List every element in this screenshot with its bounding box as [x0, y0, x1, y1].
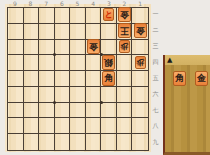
board-cell-4二[interactable] — [86, 24, 102, 40]
board-cell-2七[interactable] — [117, 103, 133, 119]
board-cell-3六[interactable] — [101, 87, 117, 103]
file-label-4: 4 — [85, 0, 101, 7]
board-cell-1三[interactable] — [132, 40, 148, 56]
sente-komadai: ▲ 角金 — [163, 55, 210, 155]
star-point — [53, 101, 56, 104]
board-cell-9九[interactable] — [8, 134, 24, 150]
board-cell-2九[interactable] — [117, 134, 133, 150]
piece-2一-gote[interactable]: 金 — [118, 7, 131, 22]
file-label-2: 2 — [117, 0, 133, 7]
board-cell-9四[interactable] — [8, 55, 24, 71]
rank-label-七: 七 — [151, 102, 160, 118]
rank-label-二: 二 — [151, 23, 160, 39]
board-cell-5二[interactable] — [70, 24, 86, 40]
board-cell-6九[interactable] — [55, 134, 71, 150]
board-cell-4八[interactable] — [86, 118, 102, 134]
rank-label-五: 五 — [151, 71, 160, 87]
board-cell-3九[interactable] — [101, 134, 117, 150]
board-cell-9三[interactable] — [8, 40, 24, 56]
board-cell-7二[interactable] — [39, 24, 55, 40]
board-cell-4六[interactable] — [86, 87, 102, 103]
board-cell-2六[interactable] — [117, 87, 133, 103]
piece-3一-sente[interactable]: と — [103, 8, 114, 21]
rank-label-八: 八 — [151, 118, 160, 134]
piece-3四-gote[interactable]: 銀 — [102, 55, 115, 70]
board-cell-8七[interactable] — [24, 103, 40, 119]
file-label-9: 9 — [7, 0, 23, 7]
board-cell-1一[interactable] — [132, 8, 148, 24]
board-cell-7七[interactable] — [39, 103, 55, 119]
piece-1四-gote[interactable]: 歩 — [135, 56, 146, 69]
file-label-6: 6 — [54, 0, 70, 7]
star-point — [100, 53, 103, 56]
board-cell-9六[interactable] — [8, 87, 24, 103]
hand-pieces: 角金 — [165, 65, 210, 86]
board-cell-8二[interactable] — [24, 24, 40, 40]
board-cell-7八[interactable] — [39, 118, 55, 134]
board-cell-3三[interactable] — [101, 40, 117, 56]
board-cell-7一[interactable] — [39, 8, 55, 24]
piece-2二-gote[interactable]: 王 — [118, 23, 131, 38]
board-cell-1五[interactable] — [132, 71, 148, 87]
board-cell-9八[interactable] — [8, 118, 24, 134]
board-cell-1八[interactable] — [132, 118, 148, 134]
rank-label-四: 四 — [151, 55, 160, 71]
board-cell-6五[interactable] — [55, 71, 71, 87]
board-cell-5八[interactable] — [70, 118, 86, 134]
board-cell-6四[interactable] — [55, 55, 71, 71]
board-cell-5九[interactable] — [70, 134, 86, 150]
board-cell-1九[interactable] — [132, 134, 148, 150]
board-cell-6三[interactable] — [55, 40, 71, 56]
board-cell-8八[interactable] — [24, 118, 40, 134]
file-label-7: 7 — [38, 0, 54, 7]
board-cell-4五[interactable] — [86, 71, 102, 87]
board-cell-1六[interactable] — [132, 87, 148, 103]
board-cell-5五[interactable] — [70, 71, 86, 87]
board-cell-6二[interactable] — [55, 24, 71, 40]
board-cell-5三[interactable] — [70, 40, 86, 56]
board-cell-5一[interactable] — [70, 8, 86, 24]
board-cell-8五[interactable] — [24, 71, 40, 87]
file-label-5: 5 — [70, 0, 86, 7]
board-cell-4一[interactable] — [86, 8, 102, 24]
star-point — [53, 53, 56, 56]
board-cell-9七[interactable] — [8, 103, 24, 119]
file-label-3: 3 — [101, 0, 117, 7]
board-cell-8四[interactable] — [24, 55, 40, 71]
board-cell-5六[interactable] — [70, 87, 86, 103]
file-label-1: 1 — [132, 0, 148, 7]
board-cell-4四[interactable] — [86, 55, 102, 71]
board-cell-7六[interactable] — [39, 87, 55, 103]
piece-2三-gote[interactable]: 歩 — [119, 40, 130, 53]
board-cell-5七[interactable] — [70, 103, 86, 119]
board-cell-5四[interactable] — [70, 55, 86, 71]
board-cell-9二[interactable] — [8, 24, 24, 40]
rank-label-六: 六 — [151, 87, 160, 103]
board-cell-8六[interactable] — [24, 87, 40, 103]
komadai-header: ▲ — [165, 55, 210, 65]
board-cell-6八[interactable] — [55, 118, 71, 134]
hand-piece-角[interactable]: 角 — [173, 71, 186, 86]
board-cell-9五[interactable] — [8, 71, 24, 87]
board-cell-3七[interactable] — [101, 103, 117, 119]
piece-1二-gote[interactable]: 金 — [134, 23, 147, 38]
board-cell-7九[interactable] — [39, 134, 55, 150]
rank-label-一: 一 — [151, 7, 160, 23]
board-cell-7五[interactable] — [39, 71, 55, 87]
rank-label-三: 三 — [151, 39, 160, 55]
board-cell-2五[interactable] — [117, 71, 133, 87]
shogi-app: 987654321一二三四五六七八九 と金王金金歩銀歩角 ▲ 角金 — [0, 0, 210, 155]
sente-marker-icon: ▲ — [165, 55, 172, 65]
board-cell-7四[interactable] — [39, 55, 55, 71]
board-cell-2四[interactable] — [117, 55, 133, 71]
board-cell-1七[interactable] — [132, 103, 148, 119]
board-cell-6一[interactable] — [55, 8, 71, 24]
rank-label-九: 九 — [151, 134, 160, 150]
board-cell-9一[interactable] — [8, 8, 24, 24]
file-label-8: 8 — [23, 0, 39, 7]
star-point — [100, 101, 103, 104]
board-cell-2八[interactable] — [117, 118, 133, 134]
board-cell-8三[interactable] — [24, 40, 40, 56]
board-cell-4七[interactable] — [86, 103, 102, 119]
hand-piece-金[interactable]: 金 — [195, 71, 208, 86]
board-cell-8九[interactable] — [24, 134, 40, 150]
board-cell-8一[interactable] — [24, 8, 40, 24]
board-cell-4九[interactable] — [86, 134, 102, 150]
piece-4三-gote[interactable]: 金 — [87, 39, 100, 54]
board-cell-3二[interactable] — [101, 24, 117, 40]
board-cell-3八[interactable] — [101, 118, 117, 134]
board-cell-6六[interactable] — [55, 87, 71, 103]
board-cell-6七[interactable] — [55, 103, 71, 119]
piece-3五-sente[interactable]: 角 — [102, 71, 115, 86]
